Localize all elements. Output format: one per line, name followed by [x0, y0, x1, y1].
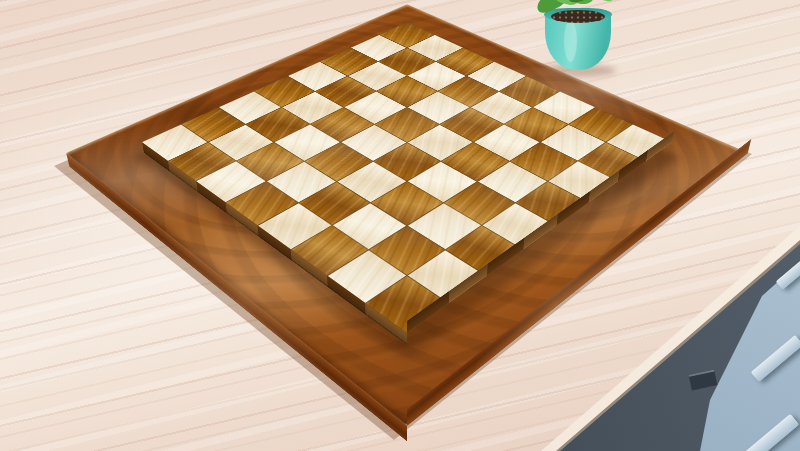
potted-plant — [528, 0, 632, 96]
pot-soil — [551, 10, 605, 23]
scene-photo — [0, 0, 800, 451]
